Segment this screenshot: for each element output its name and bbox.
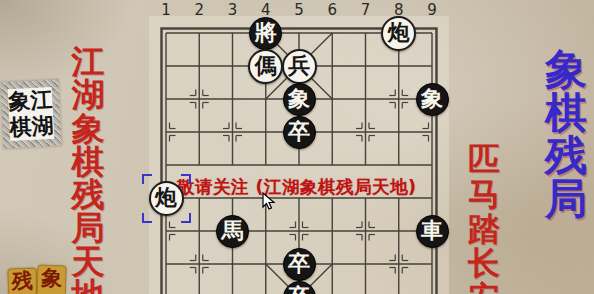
- piece-black-soldier[interactable]: 卒: [283, 281, 316, 294]
- seal-char: 棋: [9, 116, 32, 139]
- piece-black-elephant[interactable]: 象: [283, 83, 316, 116]
- piece-black-horse[interactable]: 馬: [216, 215, 249, 248]
- right-vertical-title-blue: 象棋残局: [543, 49, 589, 221]
- vertical-char: 踏: [468, 213, 500, 248]
- piece-black-chariot[interactable]: 車: [416, 215, 449, 248]
- selection-corner: [181, 213, 191, 223]
- piece-red-cannon[interactable]: 炮: [381, 16, 416, 51]
- piece-black-elephant[interactable]: 象: [416, 83, 449, 116]
- piece-black-soldier[interactable]: 卒: [283, 116, 316, 149]
- selection-corner: [142, 174, 152, 184]
- vertical-char: 长: [468, 247, 500, 282]
- piece-red-cannon[interactable]: 炮: [149, 181, 184, 216]
- vertical-char: 象: [545, 49, 587, 92]
- seal-char: 江: [30, 89, 53, 112]
- vertical-char: 残: [72, 178, 105, 211]
- vertical-char: 象: [72, 112, 105, 145]
- vertical-char: 局: [72, 211, 105, 244]
- seal-characters: 象 江 棋 湖: [8, 87, 55, 141]
- right-vertical-title-red: 匹马踏长安: [465, 143, 503, 294]
- piece-black-soldier[interactable]: 卒: [283, 248, 316, 281]
- xiangqi-board[interactable]: 將炮傌兵象象卒炮馬車卒卒: [149, 17, 448, 294]
- video-frame: 123456789 敬请关注 (江湖象棋残局天地) 將炮傌兵象象卒炮馬車卒卒 象…: [0, 0, 594, 294]
- gold-seal-xiang: 象: [36, 265, 66, 294]
- vertical-char: 湖: [72, 78, 105, 111]
- vertical-char: 马: [468, 178, 500, 213]
- mouse-cursor: [262, 192, 276, 212]
- seal-char: 湖: [31, 115, 54, 138]
- piece-red-horse[interactable]: 傌: [248, 49, 283, 84]
- vertical-char: 江: [72, 45, 105, 78]
- vertical-char: 天: [72, 245, 105, 278]
- selection-corner: [181, 174, 191, 184]
- gold-seal-can: 残: [7, 268, 37, 294]
- seal-char: 象: [41, 266, 63, 292]
- vertical-char: 棋: [72, 145, 105, 178]
- vertical-char: 安: [468, 282, 500, 294]
- left-vertical-title: 江湖象棋残局天地: [67, 45, 109, 294]
- piece-red-soldier[interactable]: 兵: [282, 49, 317, 84]
- seal-char: 残: [11, 269, 33, 294]
- vertical-char: 局: [545, 178, 587, 221]
- seal-char: 象: [8, 90, 31, 113]
- vertical-char: 匹: [468, 143, 500, 178]
- piece-black-general[interactable]: 將: [249, 17, 282, 50]
- selection-corner: [142, 213, 152, 223]
- vertical-char: 棋: [545, 92, 587, 135]
- jianghu-xiangqi-seal: 象 江 棋 湖: [0, 80, 61, 149]
- vertical-char: 地: [72, 278, 105, 294]
- vertical-char: 残: [545, 135, 587, 178]
- river-banner-text: 敬请关注 (江湖象棋残局天地): [177, 175, 417, 199]
